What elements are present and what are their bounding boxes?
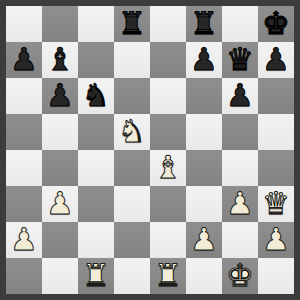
chess-board-frame: ♜♜♚♟♝♟♛♟♟♞♟♞♝♟♟♛♟♟♟♜♜♚ (0, 0, 300, 300)
square-b8[interactable] (42, 6, 78, 42)
piece-white-bishop: ♝ (154, 150, 182, 185)
square-e3[interactable] (150, 186, 186, 222)
square-g5[interactable] (222, 114, 258, 150)
square-f1[interactable] (186, 258, 222, 294)
square-a8[interactable] (6, 6, 42, 42)
square-a5[interactable] (6, 114, 42, 150)
square-c1[interactable]: ♜ (78, 258, 114, 294)
square-h4[interactable] (258, 150, 294, 186)
square-f6[interactable] (186, 78, 222, 114)
square-c7[interactable] (78, 42, 114, 78)
piece-black-pawn: ♟ (190, 42, 218, 77)
square-d2[interactable] (114, 222, 150, 258)
square-a7[interactable]: ♟ (6, 42, 42, 78)
square-c3[interactable] (78, 186, 114, 222)
square-h8[interactable]: ♚ (258, 6, 294, 42)
square-g2[interactable] (222, 222, 258, 258)
square-e6[interactable] (150, 78, 186, 114)
square-b5[interactable] (42, 114, 78, 150)
square-h3[interactable]: ♛ (258, 186, 294, 222)
piece-white-pawn: ♟ (262, 222, 290, 257)
square-e8[interactable] (150, 6, 186, 42)
square-c5[interactable] (78, 114, 114, 150)
piece-black-pawn: ♟ (46, 78, 74, 113)
square-e2[interactable] (150, 222, 186, 258)
square-h1[interactable] (258, 258, 294, 294)
square-e1[interactable]: ♜ (150, 258, 186, 294)
piece-black-king: ♚ (262, 6, 290, 41)
piece-black-pawn: ♟ (10, 42, 38, 77)
square-g7[interactable]: ♛ (222, 42, 258, 78)
square-b4[interactable] (42, 150, 78, 186)
square-h2[interactable]: ♟ (258, 222, 294, 258)
square-a3[interactable] (6, 186, 42, 222)
square-h7[interactable]: ♟ (258, 42, 294, 78)
square-g8[interactable] (222, 6, 258, 42)
square-d4[interactable] (114, 150, 150, 186)
square-c2[interactable] (78, 222, 114, 258)
square-d8[interactable]: ♜ (114, 6, 150, 42)
square-e4[interactable]: ♝ (150, 150, 186, 186)
square-g1[interactable]: ♚ (222, 258, 258, 294)
square-a1[interactable] (6, 258, 42, 294)
chess-board: ♜♜♚♟♝♟♛♟♟♞♟♞♝♟♟♛♟♟♟♜♜♚ (6, 6, 294, 294)
piece-black-rook: ♜ (118, 6, 146, 41)
square-b3[interactable]: ♟ (42, 186, 78, 222)
piece-white-pawn: ♟ (226, 186, 254, 221)
square-g4[interactable] (222, 150, 258, 186)
piece-white-pawn: ♟ (10, 222, 38, 257)
piece-black-pawn: ♟ (262, 42, 290, 77)
square-c6[interactable]: ♞ (78, 78, 114, 114)
square-a4[interactable] (6, 150, 42, 186)
piece-white-pawn: ♟ (46, 186, 74, 221)
square-f8[interactable]: ♜ (186, 6, 222, 42)
square-e5[interactable] (150, 114, 186, 150)
square-e7[interactable] (150, 42, 186, 78)
square-g3[interactable]: ♟ (222, 186, 258, 222)
piece-white-knight: ♞ (118, 114, 146, 149)
square-d1[interactable] (114, 258, 150, 294)
square-b6[interactable]: ♟ (42, 78, 78, 114)
square-b7[interactable]: ♝ (42, 42, 78, 78)
piece-white-pawn: ♟ (190, 222, 218, 257)
piece-black-rook: ♜ (190, 6, 218, 41)
piece-white-king: ♚ (226, 258, 254, 293)
piece-white-queen: ♛ (262, 186, 290, 221)
square-h6[interactable] (258, 78, 294, 114)
square-h5[interactable] (258, 114, 294, 150)
square-f2[interactable]: ♟ (186, 222, 222, 258)
square-d7[interactable] (114, 42, 150, 78)
square-c4[interactable] (78, 150, 114, 186)
square-b1[interactable] (42, 258, 78, 294)
square-f4[interactable] (186, 150, 222, 186)
square-f7[interactable]: ♟ (186, 42, 222, 78)
square-f5[interactable] (186, 114, 222, 150)
square-d3[interactable] (114, 186, 150, 222)
piece-black-knight: ♞ (82, 78, 110, 113)
piece-white-rook: ♜ (82, 258, 110, 293)
square-d6[interactable] (114, 78, 150, 114)
square-a6[interactable] (6, 78, 42, 114)
square-c8[interactable] (78, 6, 114, 42)
square-b2[interactable] (42, 222, 78, 258)
piece-black-pawn: ♟ (226, 78, 254, 113)
square-d5[interactable]: ♞ (114, 114, 150, 150)
square-a2[interactable]: ♟ (6, 222, 42, 258)
square-g6[interactable]: ♟ (222, 78, 258, 114)
piece-black-bishop: ♝ (46, 42, 74, 77)
piece-white-rook: ♜ (154, 258, 182, 293)
piece-black-queen: ♛ (226, 42, 254, 77)
square-f3[interactable] (186, 186, 222, 222)
